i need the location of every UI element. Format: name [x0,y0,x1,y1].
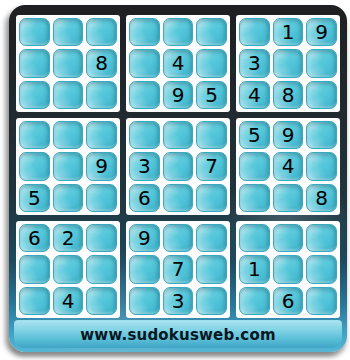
cell-r4c7[interactable]: 5 [239,121,270,149]
sudoku-widget-frame: 84951934895376594862497316 www.sudokuswe… [9,5,347,352]
cell-r3c6[interactable]: 5 [196,81,227,109]
website-url-link[interactable]: www.sudokusweb.com [80,326,275,344]
sudoku-box-7: 624 [16,221,120,318]
cell-r7c1[interactable]: 6 [19,224,50,252]
cell-r8c7[interactable]: 1 [239,255,270,283]
sudoku-board: 84951934895376594862497316 [16,15,340,318]
cell-r8c6[interactable] [196,255,227,283]
cell-r2c1[interactable] [19,49,50,77]
cell-r9c8[interactable]: 6 [273,287,304,315]
footer-band: www.sudokusweb.com [14,320,342,348]
cell-r1c1[interactable] [19,18,50,46]
sudoku-box-8: 973 [126,221,230,318]
cell-r5c9[interactable] [306,152,337,180]
cell-r2c5[interactable]: 4 [163,49,194,77]
cell-r7c6[interactable] [196,224,227,252]
cell-r4c8[interactable]: 9 [273,121,304,149]
sudoku-page: 84951934895376594862497316 www.sudokuswe… [0,0,350,360]
cell-r5c3[interactable]: 9 [86,152,117,180]
cell-r9c4[interactable] [129,287,160,315]
cell-r9c9[interactable] [306,287,337,315]
cell-r6c7[interactable] [239,184,270,212]
cell-r5c6[interactable]: 7 [196,152,227,180]
sudoku-box-1: 8 [16,15,120,112]
sudoku-box-6: 5948 [236,118,340,215]
cell-r2c4[interactable] [129,49,160,77]
cell-r8c5[interactable]: 7 [163,255,194,283]
cell-r6c6[interactable] [196,184,227,212]
cell-r2c7[interactable]: 3 [239,49,270,77]
cell-r4c9[interactable] [306,121,337,149]
cell-r2c9[interactable] [306,49,337,77]
cell-r6c3[interactable] [86,184,117,212]
cell-r4c5[interactable] [163,121,194,149]
cell-r3c7[interactable]: 4 [239,81,270,109]
cell-r1c9[interactable]: 9 [306,18,337,46]
cell-r3c1[interactable] [19,81,50,109]
cell-r1c5[interactable] [163,18,194,46]
cell-r2c2[interactable] [53,49,84,77]
cell-r7c3[interactable] [86,224,117,252]
cell-r2c3[interactable]: 8 [86,49,117,77]
cell-r5c2[interactable] [53,152,84,180]
cell-r3c8[interactable]: 8 [273,81,304,109]
cell-r1c8[interactable]: 1 [273,18,304,46]
cell-r4c1[interactable] [19,121,50,149]
cell-r5c8[interactable]: 4 [273,152,304,180]
cell-r3c5[interactable]: 9 [163,81,194,109]
cell-r8c2[interactable] [53,255,84,283]
sudoku-box-3: 19348 [236,15,340,112]
sudoku-box-2: 495 [126,15,230,112]
cell-r7c4[interactable]: 9 [129,224,160,252]
cell-r3c3[interactable] [86,81,117,109]
cell-r8c1[interactable] [19,255,50,283]
cell-r1c2[interactable] [53,18,84,46]
cell-r9c5[interactable]: 3 [163,287,194,315]
cell-r5c1[interactable] [19,152,50,180]
cell-r9c2[interactable]: 4 [53,287,84,315]
cell-r7c7[interactable] [239,224,270,252]
cell-r5c7[interactable] [239,152,270,180]
cell-r8c4[interactable] [129,255,160,283]
cell-r4c3[interactable] [86,121,117,149]
cell-r4c6[interactable] [196,121,227,149]
cell-r1c4[interactable] [129,18,160,46]
cell-r7c8[interactable] [273,224,304,252]
cell-r9c3[interactable] [86,287,117,315]
cell-r4c4[interactable] [129,121,160,149]
sudoku-box-4: 95 [16,118,120,215]
cell-r5c4[interactable]: 3 [129,152,160,180]
cell-r4c2[interactable] [53,121,84,149]
cell-r1c3[interactable] [86,18,117,46]
cell-r9c6[interactable] [196,287,227,315]
cell-r8c8[interactable] [273,255,304,283]
cell-r7c5[interactable] [163,224,194,252]
cell-r6c8[interactable] [273,184,304,212]
cell-r3c4[interactable] [129,81,160,109]
cell-r8c3[interactable] [86,255,117,283]
cell-r1c6[interactable] [196,18,227,46]
cell-r9c1[interactable] [19,287,50,315]
cell-r8c9[interactable] [306,255,337,283]
cell-r5c5[interactable] [163,152,194,180]
cell-r7c2[interactable]: 2 [53,224,84,252]
cell-r2c6[interactable] [196,49,227,77]
cell-r6c9[interactable]: 8 [306,184,337,212]
sudoku-box-5: 376 [126,118,230,215]
cell-r3c9[interactable] [306,81,337,109]
cell-r6c4[interactable]: 6 [129,184,160,212]
cell-r6c5[interactable] [163,184,194,212]
cell-r7c9[interactable] [306,224,337,252]
cell-r9c7[interactable] [239,287,270,315]
cell-r6c1[interactable]: 5 [19,184,50,212]
cell-r6c2[interactable] [53,184,84,212]
cell-r3c2[interactable] [53,81,84,109]
cell-r2c8[interactable] [273,49,304,77]
sudoku-box-9: 16 [236,221,340,318]
cell-r1c7[interactable] [239,18,270,46]
